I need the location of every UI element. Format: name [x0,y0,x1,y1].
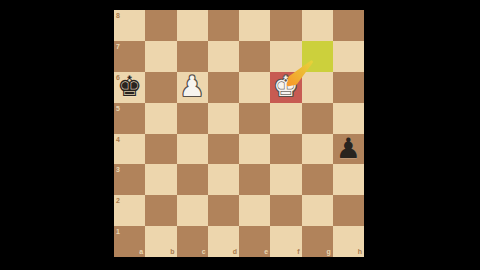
square-c7[interactable] [177,41,208,72]
square-h6[interactable] [333,72,364,103]
square-b2[interactable] [145,195,176,226]
square-g1[interactable]: g [302,226,333,257]
square-e3[interactable] [239,164,270,195]
square-g7[interactable] [302,41,333,72]
square-b6[interactable] [145,72,176,103]
square-f6[interactable]: ♚ [270,72,301,103]
square-b5[interactable] [145,103,176,134]
black-king-piece[interactable]: ♚ [117,73,142,101]
square-b4[interactable] [145,134,176,165]
square-d1[interactable]: d [208,226,239,257]
square-c2[interactable] [177,195,208,226]
square-h3[interactable] [333,164,364,195]
square-g6[interactable] [302,72,333,103]
square-e4[interactable] [239,134,270,165]
square-a3[interactable]: 3 [114,164,145,195]
file-label-f: f [297,248,299,255]
square-e8[interactable] [239,10,270,41]
square-c1[interactable]: c [177,226,208,257]
square-d7[interactable] [208,41,239,72]
file-label-c: c [202,248,206,255]
square-h5[interactable] [333,103,364,134]
square-a5[interactable]: 5 [114,103,145,134]
square-d8[interactable] [208,10,239,41]
square-e5[interactable] [239,103,270,134]
square-c6[interactable]: ♟ [177,72,208,103]
square-g4[interactable] [302,134,333,165]
square-f7[interactable] [270,41,301,72]
square-c5[interactable] [177,103,208,134]
square-e7[interactable] [239,41,270,72]
file-label-e: e [264,248,268,255]
square-d6[interactable] [208,72,239,103]
square-e6[interactable] [239,72,270,103]
rank-label-6: 6 [116,74,120,81]
file-label-g: g [326,248,330,255]
square-d2[interactable] [208,195,239,226]
square-a6[interactable]: ♚6 [114,72,145,103]
square-e2[interactable] [239,195,270,226]
square-a1[interactable]: 1a [114,226,145,257]
square-a2[interactable]: 2 [114,195,145,226]
square-g5[interactable] [302,103,333,134]
file-label-b: b [170,248,174,255]
file-label-d: d [233,248,237,255]
rank-label-4: 4 [116,136,120,143]
video-frame-background: 87♚6♟♚54♟321abcdefgh [0,0,480,270]
square-f5[interactable] [270,103,301,134]
square-f1[interactable]: f [270,226,301,257]
square-b3[interactable] [145,164,176,195]
square-d5[interactable] [208,103,239,134]
square-h8[interactable] [333,10,364,41]
square-a4[interactable]: 4 [114,134,145,165]
square-g8[interactable] [302,10,333,41]
black-pawn-piece[interactable]: ♟ [336,135,361,163]
rank-label-7: 7 [116,43,120,50]
square-c3[interactable] [177,164,208,195]
square-g2[interactable] [302,195,333,226]
square-b7[interactable] [145,41,176,72]
square-c8[interactable] [177,10,208,41]
rank-label-8: 8 [116,12,120,19]
square-d4[interactable] [208,134,239,165]
square-b1[interactable]: b [145,226,176,257]
rank-label-5: 5 [116,105,120,112]
square-a8[interactable]: 8 [114,10,145,41]
square-h7[interactable] [333,41,364,72]
rank-label-1: 1 [116,228,120,235]
square-h1[interactable]: h [333,226,364,257]
square-f3[interactable] [270,164,301,195]
rank-label-3: 3 [116,166,120,173]
square-f8[interactable] [270,10,301,41]
chess-board: 87♚6♟♚54♟321abcdefgh [114,10,364,257]
square-a7[interactable]: 7 [114,41,145,72]
square-g3[interactable] [302,164,333,195]
file-label-h: h [358,248,362,255]
square-f2[interactable] [270,195,301,226]
white-pawn-piece[interactable]: ♟ [180,73,205,101]
rank-label-2: 2 [116,197,120,204]
square-e1[interactable]: e [239,226,270,257]
square-b8[interactable] [145,10,176,41]
square-d3[interactable] [208,164,239,195]
file-label-a: a [139,248,143,255]
square-c4[interactable] [177,134,208,165]
white-king-piece[interactable]: ♚ [273,73,298,101]
square-f4[interactable] [270,134,301,165]
square-h4[interactable]: ♟ [333,134,364,165]
square-h2[interactable] [333,195,364,226]
